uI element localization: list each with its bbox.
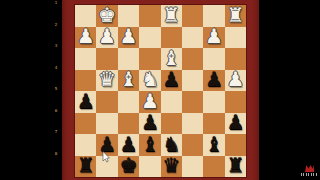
white-king-icon: ♚ <box>98 5 116 25</box>
square-b1[interactable] <box>203 5 224 27</box>
white-pawn-icon: ♟ <box>98 27 116 47</box>
black-pawn-icon: ♟ <box>162 70 180 90</box>
black-bishop-icon: ♝ <box>205 134 223 154</box>
square-e4[interactable]: ♞ <box>139 70 160 92</box>
square-c5[interactable] <box>182 91 203 113</box>
square-e1[interactable] <box>139 5 160 27</box>
video-frame: ♚♜♜♟♟♟♟♝♛♝♞♟♟♟♟♟♟♟♟♟♝♞♝♜♚♛♜ 12345678 hgf… <box>0 0 320 180</box>
square-a7[interactable] <box>225 134 246 156</box>
square-g6[interactable] <box>96 113 117 135</box>
black-knight-icon: ♞ <box>162 134 180 154</box>
square-d3[interactable]: ♝ <box>161 48 182 70</box>
square-a6[interactable]: ♟ <box>225 113 246 135</box>
square-f7[interactable]: ♟ <box>118 134 139 156</box>
black-pawn-icon: ♟ <box>141 113 159 133</box>
white-pawn-icon: ♟ <box>226 70 244 90</box>
square-a8[interactable]: ♜ <box>225 156 246 178</box>
square-f6[interactable] <box>118 113 139 135</box>
square-e3[interactable] <box>139 48 160 70</box>
square-c6[interactable] <box>182 113 203 135</box>
square-d2[interactable] <box>161 27 182 49</box>
black-rook-icon: ♜ <box>226 156 244 176</box>
square-f2[interactable]: ♟ <box>118 27 139 49</box>
square-c3[interactable] <box>182 48 203 70</box>
square-h2[interactable]: ♟ <box>75 27 96 49</box>
square-g1[interactable]: ♚ <box>96 5 117 27</box>
black-rook-icon: ♜ <box>77 156 95 176</box>
channel-watermark-icon <box>300 165 319 179</box>
board-frame: ♚♜♜♟♟♟♟♝♛♝♞♟♟♟♟♟♟♟♟♟♝♞♝♜♚♛♜ 12345678 hgf… <box>62 0 259 180</box>
square-e6[interactable]: ♟ <box>139 113 160 135</box>
rank-label-7: 7 <box>52 121 60 143</box>
black-bishop-icon: ♝ <box>141 134 159 154</box>
watermark-text <box>301 173 318 176</box>
square-c8[interactable] <box>182 156 203 178</box>
black-queen-icon: ♛ <box>162 156 180 176</box>
square-b2[interactable]: ♟ <box>203 27 224 49</box>
square-c1[interactable] <box>182 5 203 27</box>
white-pawn-icon: ♟ <box>205 27 223 47</box>
square-a4[interactable]: ♟ <box>225 70 246 92</box>
square-h7[interactable] <box>75 134 96 156</box>
white-pawn-icon: ♟ <box>77 27 95 47</box>
white-bishop-icon: ♝ <box>120 70 138 90</box>
square-b8[interactable] <box>203 156 224 178</box>
square-f5[interactable] <box>118 91 139 113</box>
rank-label-4: 4 <box>52 57 60 79</box>
black-king-icon: ♚ <box>120 156 138 176</box>
square-d6[interactable] <box>161 113 182 135</box>
square-b7[interactable]: ♝ <box>203 134 224 156</box>
square-d1[interactable]: ♜ <box>161 5 182 27</box>
square-c7[interactable] <box>182 134 203 156</box>
rank-label-6: 6 <box>52 100 60 122</box>
square-d7[interactable]: ♞ <box>161 134 182 156</box>
square-g3[interactable] <box>96 48 117 70</box>
black-pawn-icon: ♟ <box>77 91 95 111</box>
square-f8[interactable]: ♚ <box>118 156 139 178</box>
chess-board: ♚♜♜♟♟♟♟♝♛♝♞♟♟♟♟♟♟♟♟♟♝♞♝♜♚♛♜ <box>75 5 246 177</box>
square-g5[interactable] <box>96 91 117 113</box>
square-e7[interactable]: ♝ <box>139 134 160 156</box>
white-queen-icon: ♛ <box>98 70 116 90</box>
square-g2[interactable]: ♟ <box>96 27 117 49</box>
square-a5[interactable] <box>225 91 246 113</box>
square-d8[interactable]: ♛ <box>161 156 182 178</box>
square-e8[interactable] <box>139 156 160 178</box>
white-pawn-icon: ♟ <box>120 27 138 47</box>
square-f4[interactable]: ♝ <box>118 70 139 92</box>
rank-label-3: 3 <box>52 35 60 57</box>
rank-label-8: 8 <box>52 143 60 165</box>
white-bishop-icon: ♝ <box>162 48 180 68</box>
square-b4[interactable]: ♟ <box>203 70 224 92</box>
square-h3[interactable] <box>75 48 96 70</box>
black-pawn-icon: ♟ <box>120 134 138 154</box>
rank-label-1: 1 <box>52 0 60 14</box>
rank-label-2: 2 <box>52 14 60 36</box>
square-f1[interactable] <box>118 5 139 27</box>
square-b3[interactable] <box>203 48 224 70</box>
white-pawn-icon: ♟ <box>141 91 159 111</box>
square-b6[interactable] <box>203 113 224 135</box>
square-h1[interactable] <box>75 5 96 27</box>
white-knight-icon: ♞ <box>141 70 159 90</box>
square-g4[interactable]: ♛ <box>96 70 117 92</box>
square-h5[interactable]: ♟ <box>75 91 96 113</box>
white-rook-icon: ♜ <box>226 5 244 25</box>
square-e5[interactable]: ♟ <box>139 91 160 113</box>
black-pawn-icon: ♟ <box>205 70 223 90</box>
rank-label-5: 5 <box>52 78 60 100</box>
square-h6[interactable] <box>75 113 96 135</box>
square-d5[interactable] <box>161 91 182 113</box>
square-h8[interactable]: ♜ <box>75 156 96 178</box>
square-b5[interactable] <box>203 91 224 113</box>
square-a1[interactable]: ♜ <box>225 5 246 27</box>
square-a2[interactable] <box>225 27 246 49</box>
mouse-cursor-icon <box>102 151 110 163</box>
square-a3[interactable] <box>225 48 246 70</box>
square-f3[interactable] <box>118 48 139 70</box>
square-c4[interactable] <box>182 70 203 92</box>
white-rook-icon: ♜ <box>162 5 180 25</box>
black-pawn-icon: ♟ <box>226 113 244 133</box>
square-h4[interactable] <box>75 70 96 92</box>
square-e2[interactable] <box>139 27 160 49</box>
square-c2[interactable] <box>182 27 203 49</box>
square-d4[interactable]: ♟ <box>161 70 182 92</box>
rank-coordinates: 12345678 <box>52 0 60 180</box>
watermark-emblem <box>305 165 314 172</box>
